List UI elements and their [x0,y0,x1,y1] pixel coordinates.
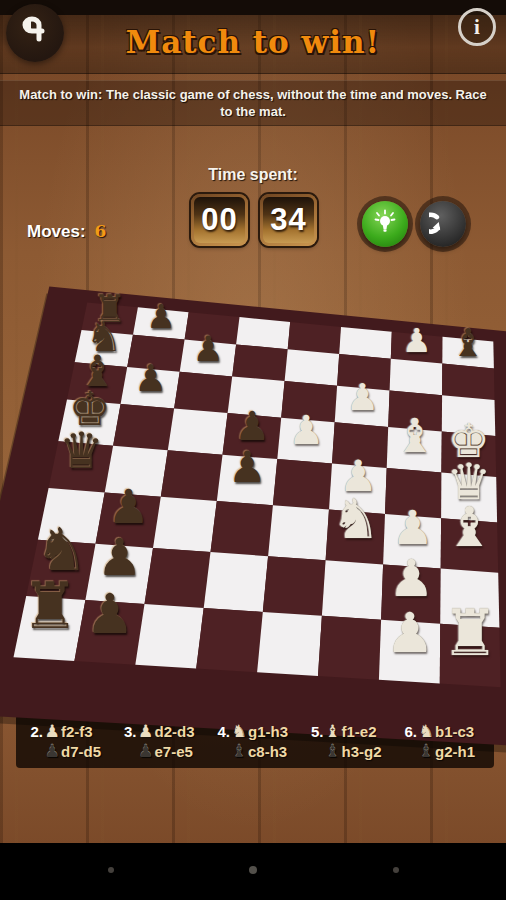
piece-white-pawn-b2[interactable]: ♟ [388,553,434,604]
square-f6 [174,372,232,413]
piece-black-pawn-g6[interactable]: ♟ [192,332,223,367]
app-screen: ♜♟♟♞♝♟♝♟♟♚♟♟♝♚♛♟♟♛♟♞♟♝♞♟♟♜♟♟♜ 2.♟f2-f3♟d… [0,0,506,900]
square-b4 [263,556,326,616]
piece-black-bishop-h1[interactable]: ♝ [451,324,485,362]
piece-black-pawn-b7[interactable]: ♟ [97,532,143,583]
piece-white-pawn-f3[interactable]: ♟ [346,379,379,416]
square-a4 [257,612,322,676]
piece-black-pawn-a7[interactable]: ♟ [85,587,134,642]
square-a3 [318,616,381,680]
square-e6 [168,409,228,455]
nav-recents-dot [393,867,399,873]
square-d6 [161,450,223,501]
piece-white-pawn-a2[interactable]: ♟ [385,606,434,661]
piece-black-pawn-e5[interactable]: ♟ [234,406,270,446]
piece-black-pawn-f7[interactable]: ♟ [134,360,167,397]
piece-white-bishop-e2[interactable]: ♝ [394,412,436,459]
nav-back-dot [108,867,114,873]
square-g5 [232,344,288,381]
piece-white-rook-a1[interactable]: ♜ [441,601,498,665]
piece-black-pawn-d5[interactable]: ♟ [228,446,267,489]
square-c6 [153,497,217,552]
square-h4 [288,322,341,354]
piece-black-pawn-c7[interactable]: ♟ [108,483,150,530]
square-a5 [196,608,263,672]
square-d4 [273,459,332,510]
square-h5 [236,317,290,349]
piece-black-pawn-h7[interactable]: ♟ [146,300,176,333]
piece-white-pawn-h2[interactable]: ♟ [402,324,432,357]
piece-black-rook-a8[interactable]: ♜ [21,574,78,638]
piece-white-bishop-c1[interactable]: ♝ [445,500,494,555]
square-b5 [204,552,268,612]
square-c5 [211,501,273,556]
square-c4 [268,505,329,560]
android-nav-bar [0,843,506,900]
piece-white-pawn-c2[interactable]: ♟ [391,504,433,551]
square-e7 [113,404,174,450]
nav-home-dot [249,866,257,874]
square-g4 [285,349,340,386]
piece-white-knight-c3[interactable]: ♞ [331,492,380,547]
piece-white-pawn-e4[interactable]: ♟ [288,410,324,450]
piece-black-queen-d8[interactable]: ♛ [59,426,104,476]
square-a6 [135,604,203,669]
square-h3 [339,327,392,359]
square-b3 [322,560,383,620]
square-b6 [145,548,211,608]
square-g2 [390,359,443,395]
square-g1 [442,364,494,400]
